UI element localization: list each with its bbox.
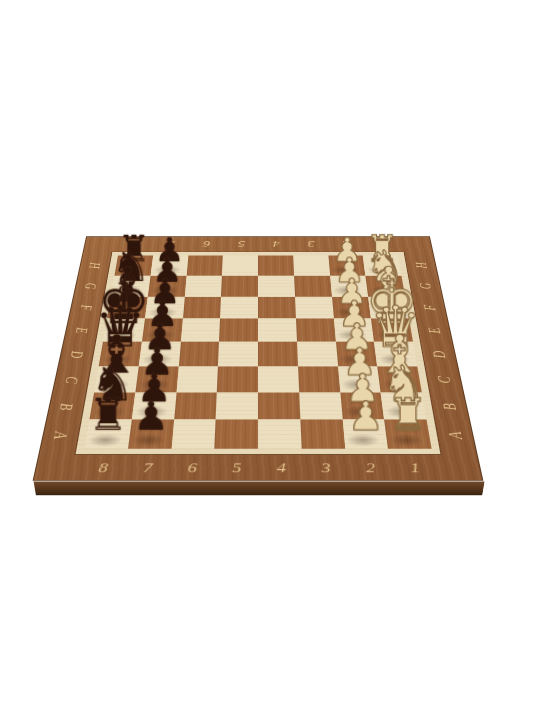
rank-label-near-5: 5 [214, 456, 259, 481]
photo-background: ♜ ♟ ♟ ♜ ♞ ♟ ♟ ♞ ♝ ♟ [0, 0, 540, 720]
scene: ♜ ♟ ♟ ♜ ♞ ♟ ♟ ♞ ♝ ♟ [63, 147, 453, 537]
square-a5[interactable] [215, 420, 258, 449]
square-g4[interactable] [258, 276, 295, 297]
square-f4[interactable] [258, 297, 296, 319]
square-b5[interactable] [216, 392, 258, 419]
square-a4[interactable] [258, 420, 301, 449]
rank-label-near-1: 1 [391, 456, 439, 481]
square-d5[interactable] [218, 342, 258, 367]
square-d4[interactable] [258, 342, 298, 367]
square-c4[interactable] [258, 366, 299, 392]
rank-label-near-6: 6 [169, 456, 215, 481]
board-front-edge [34, 482, 485, 496]
board-grid: ♜ ♟ ♟ ♜ ♞ ♟ ♟ ♞ ♝ ♟ [84, 256, 431, 449]
rank-label-near-4: 4 [259, 456, 304, 481]
rank-label-near-2: 2 [347, 456, 394, 481]
square-f5[interactable] [220, 297, 258, 319]
square-a1[interactable]: ♜ [384, 420, 431, 449]
square-h4[interactable] [258, 256, 294, 276]
square-g5[interactable] [221, 276, 258, 297]
piece-black-pawn[interactable]: ♟ [92, 396, 210, 436]
square-c5[interactable] [217, 366, 258, 392]
rank-label-far-5: 5 [224, 236, 259, 251]
piece-white-rook[interactable]: ♜ [349, 392, 467, 436]
square-e5[interactable] [219, 319, 258, 342]
square-b4[interactable] [258, 392, 300, 419]
rank-label-near-7: 7 [124, 456, 171, 481]
square-a7[interactable]: ♟ [128, 420, 174, 449]
chess-board: ♜ ♟ ♟ ♜ ♞ ♟ ♟ ♞ ♝ ♟ [33, 236, 484, 481]
square-h5[interactable] [222, 256, 258, 276]
square-e4[interactable] [258, 319, 297, 342]
rank-label-near-8: 8 [79, 456, 127, 481]
rank-label-far-4: 4 [259, 236, 294, 251]
rank-label-near-3: 3 [303, 456, 349, 481]
